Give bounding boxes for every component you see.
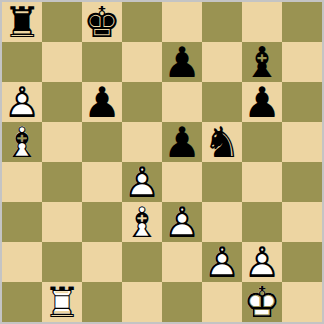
square-g6[interactable]: ♟	[242, 82, 282, 122]
square-g5[interactable]	[242, 122, 282, 162]
chess-board: ♜♚♟♝♟♙♟♟♝♗♟♞♟♙♝♗♟♙♟♙♟♙♜♖♚♔	[0, 0, 324, 324]
square-b8[interactable]	[42, 2, 82, 42]
square-f6[interactable]	[202, 82, 242, 122]
black-bishop[interactable]: ♝	[242, 42, 282, 82]
square-e3[interactable]: ♟♙	[162, 202, 202, 242]
black-pawn[interactable]: ♟	[82, 82, 122, 122]
square-h1[interactable]	[282, 282, 322, 322]
square-b5[interactable]	[42, 122, 82, 162]
square-d1[interactable]	[122, 282, 162, 322]
square-h3[interactable]	[282, 202, 322, 242]
square-a5[interactable]: ♝♗	[2, 122, 42, 162]
square-b3[interactable]	[42, 202, 82, 242]
square-g7[interactable]: ♝	[242, 42, 282, 82]
square-a2[interactable]	[2, 242, 42, 282]
square-h6[interactable]	[282, 82, 322, 122]
square-b2[interactable]	[42, 242, 82, 282]
square-f7[interactable]	[202, 42, 242, 82]
square-c7[interactable]	[82, 42, 122, 82]
square-d8[interactable]	[122, 2, 162, 42]
square-c4[interactable]	[82, 162, 122, 202]
black-king[interactable]: ♚	[82, 2, 122, 42]
square-e4[interactable]	[162, 162, 202, 202]
square-g4[interactable]	[242, 162, 282, 202]
square-h4[interactable]	[282, 162, 322, 202]
square-a8[interactable]: ♜	[2, 2, 42, 42]
square-g1[interactable]: ♚♔	[242, 282, 282, 322]
square-e5[interactable]: ♟	[162, 122, 202, 162]
square-f4[interactable]	[202, 162, 242, 202]
square-a4[interactable]	[2, 162, 42, 202]
square-h5[interactable]	[282, 122, 322, 162]
square-g3[interactable]	[242, 202, 282, 242]
white-rook[interactable]: ♜♖	[42, 282, 82, 322]
square-c3[interactable]	[82, 202, 122, 242]
square-h8[interactable]	[282, 2, 322, 42]
square-c6[interactable]: ♟	[82, 82, 122, 122]
white-pawn[interactable]: ♟♙	[2, 82, 42, 122]
black-knight[interactable]: ♞	[202, 122, 242, 162]
square-c5[interactable]	[82, 122, 122, 162]
square-e7[interactable]: ♟	[162, 42, 202, 82]
black-rook[interactable]: ♜	[2, 2, 42, 42]
square-b1[interactable]: ♜♖	[42, 282, 82, 322]
square-f2[interactable]: ♟♙	[202, 242, 242, 282]
square-c1[interactable]	[82, 282, 122, 322]
square-b7[interactable]	[42, 42, 82, 82]
square-a7[interactable]	[2, 42, 42, 82]
square-c2[interactable]	[82, 242, 122, 282]
board-grid: ♜♚♟♝♟♙♟♟♝♗♟♞♟♙♝♗♟♙♟♙♟♙♜♖♚♔	[2, 2, 322, 322]
square-f8[interactable]	[202, 2, 242, 42]
square-d6[interactable]	[122, 82, 162, 122]
white-pawn[interactable]: ♟♙	[162, 202, 202, 242]
white-pawn[interactable]: ♟♙	[202, 242, 242, 282]
square-c8[interactable]: ♚	[82, 2, 122, 42]
white-pawn[interactable]: ♟♙	[122, 162, 162, 202]
square-e6[interactable]	[162, 82, 202, 122]
square-e2[interactable]	[162, 242, 202, 282]
square-h2[interactable]	[282, 242, 322, 282]
white-bishop[interactable]: ♝♗	[2, 122, 42, 162]
square-f1[interactable]	[202, 282, 242, 322]
square-g8[interactable]	[242, 2, 282, 42]
square-e8[interactable]	[162, 2, 202, 42]
square-g2[interactable]: ♟♙	[242, 242, 282, 282]
square-d2[interactable]	[122, 242, 162, 282]
square-e1[interactable]	[162, 282, 202, 322]
square-b6[interactable]	[42, 82, 82, 122]
square-a3[interactable]	[2, 202, 42, 242]
square-f3[interactable]	[202, 202, 242, 242]
square-a6[interactable]: ♟♙	[2, 82, 42, 122]
square-b4[interactable]	[42, 162, 82, 202]
black-pawn[interactable]: ♟	[162, 122, 202, 162]
square-a1[interactable]	[2, 282, 42, 322]
black-pawn[interactable]: ♟	[162, 42, 202, 82]
square-h7[interactable]	[282, 42, 322, 82]
square-d3[interactable]: ♝♗	[122, 202, 162, 242]
white-bishop[interactable]: ♝♗	[122, 202, 162, 242]
square-d7[interactable]	[122, 42, 162, 82]
square-f5[interactable]: ♞	[202, 122, 242, 162]
square-d5[interactable]	[122, 122, 162, 162]
white-king[interactable]: ♚♔	[242, 282, 282, 322]
square-d4[interactable]: ♟♙	[122, 162, 162, 202]
white-pawn[interactable]: ♟♙	[242, 242, 282, 282]
black-pawn[interactable]: ♟	[242, 82, 282, 122]
